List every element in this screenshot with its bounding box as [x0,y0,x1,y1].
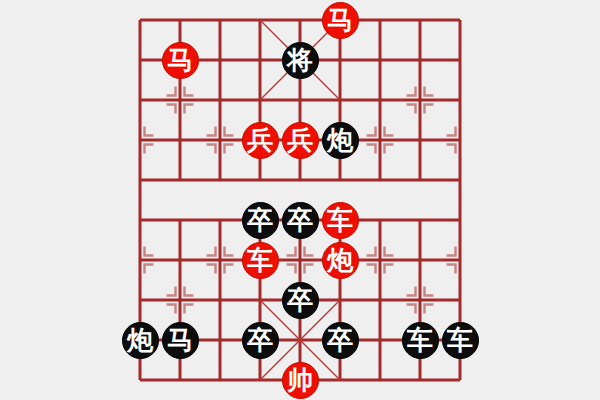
piece-red-cannon[interactable]: 炮 [322,242,359,279]
piece-black-cannon[interactable]: 炮 [122,322,159,359]
piece-black-chariot[interactable]: 车 [442,322,479,359]
xiangqi-board: 马马将兵兵炮卒卒车车炮卒炮马卒卒车车帅 [0,0,600,400]
piece-black-soldier[interactable]: 卒 [282,202,319,239]
piece-black-soldier[interactable]: 卒 [242,202,279,239]
piece-red-horse[interactable]: 马 [162,42,199,79]
pieces-layer: 马马将兵兵炮卒卒车车炮卒炮马卒卒车车帅 [0,0,600,400]
piece-red-chariot[interactable]: 车 [242,242,279,279]
piece-red-soldier[interactable]: 兵 [242,122,279,159]
piece-red-soldier[interactable]: 兵 [282,122,319,159]
piece-black-chariot[interactable]: 车 [402,322,439,359]
piece-black-soldier[interactable]: 卒 [242,322,279,359]
piece-black-soldier[interactable]: 卒 [282,282,319,319]
piece-black-general[interactable]: 将 [282,42,319,79]
piece-black-cannon[interactable]: 炮 [322,122,359,159]
piece-red-horse[interactable]: 马 [322,2,359,39]
piece-black-soldier[interactable]: 卒 [322,322,359,359]
piece-red-general[interactable]: 帅 [282,362,319,399]
piece-red-chariot[interactable]: 车 [322,202,359,239]
piece-black-horse[interactable]: 马 [162,322,199,359]
